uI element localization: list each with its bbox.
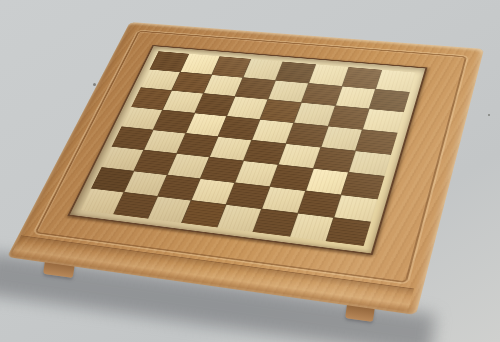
- board-square: [328, 106, 368, 129]
- board-square: [327, 218, 371, 246]
- board-square: [342, 67, 381, 89]
- board-square: [314, 147, 356, 172]
- board-square: [290, 214, 334, 241]
- dust-speck: [488, 114, 490, 116]
- board-square: [356, 130, 397, 154]
- board-square: [335, 86, 375, 108]
- board-square: [321, 126, 362, 150]
- board-square: [363, 109, 404, 132]
- board-square: [268, 80, 307, 102]
- photo-scene: [0, 0, 500, 342]
- board-square: [349, 151, 391, 176]
- board-square: [309, 64, 348, 85]
- board-square: [294, 103, 334, 126]
- board-square: [376, 70, 415, 92]
- board-square: [370, 89, 410, 112]
- board-square: [342, 173, 384, 199]
- board-square: [335, 195, 378, 222]
- board-square: [306, 169, 348, 195]
- board-square: [298, 191, 341, 217]
- board-square: [276, 62, 315, 83]
